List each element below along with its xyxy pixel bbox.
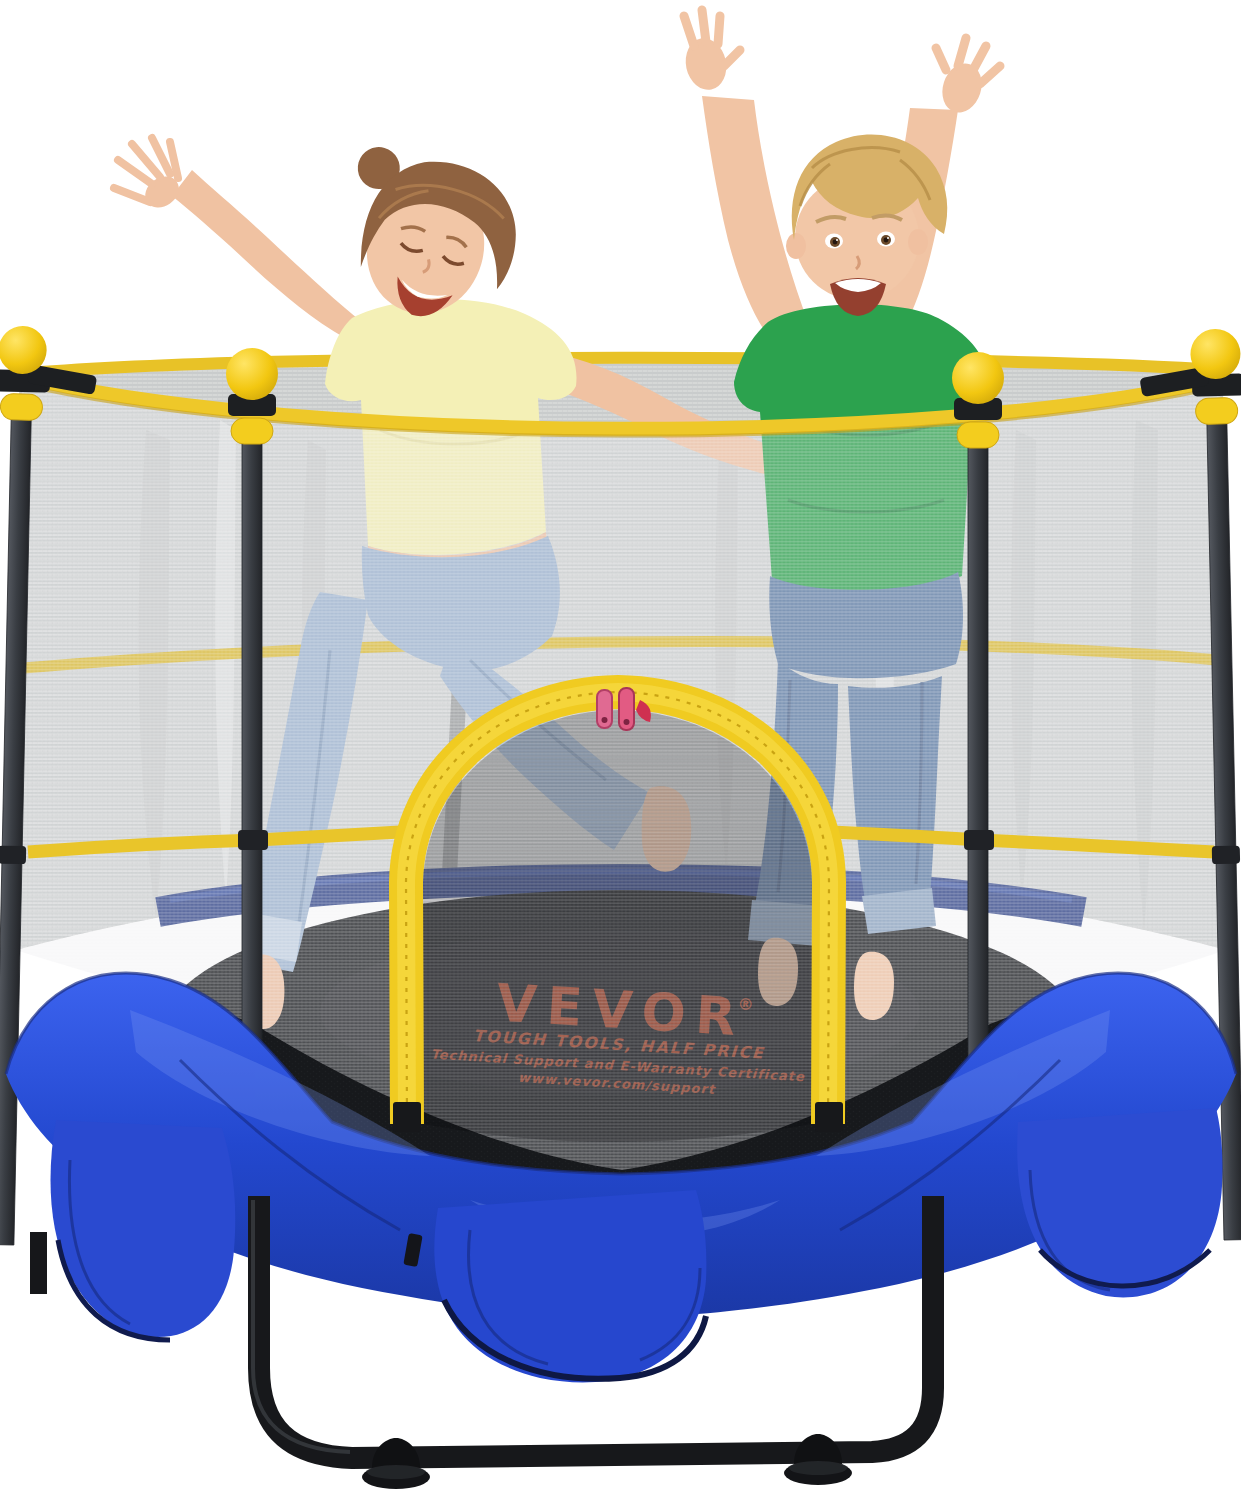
pole-collar <box>231 418 273 444</box>
pole-collar <box>1195 398 1238 425</box>
door-arch-tip-right <box>815 1102 843 1132</box>
door-arch-tip-left <box>393 1102 421 1132</box>
pole-cap-ball <box>952 352 1004 404</box>
pole-collar <box>0 394 43 421</box>
band-clamp <box>0 846 26 865</box>
frame-stub-left <box>30 1232 47 1294</box>
band-clamp <box>964 830 994 850</box>
trampoline-scene: VEVOR ® TOUGH TOOLS, HALF PRICE Technica… <box>0 0 1241 1500</box>
pole-collar <box>957 422 999 448</box>
product-photo: VEVOR ® TOUGH TOOLS, HALF PRICE Technica… <box>0 0 1241 1500</box>
band-clamp <box>238 830 268 850</box>
band-clamp <box>1212 846 1240 865</box>
pole-cap-ball <box>226 348 278 400</box>
door <box>393 688 843 1142</box>
